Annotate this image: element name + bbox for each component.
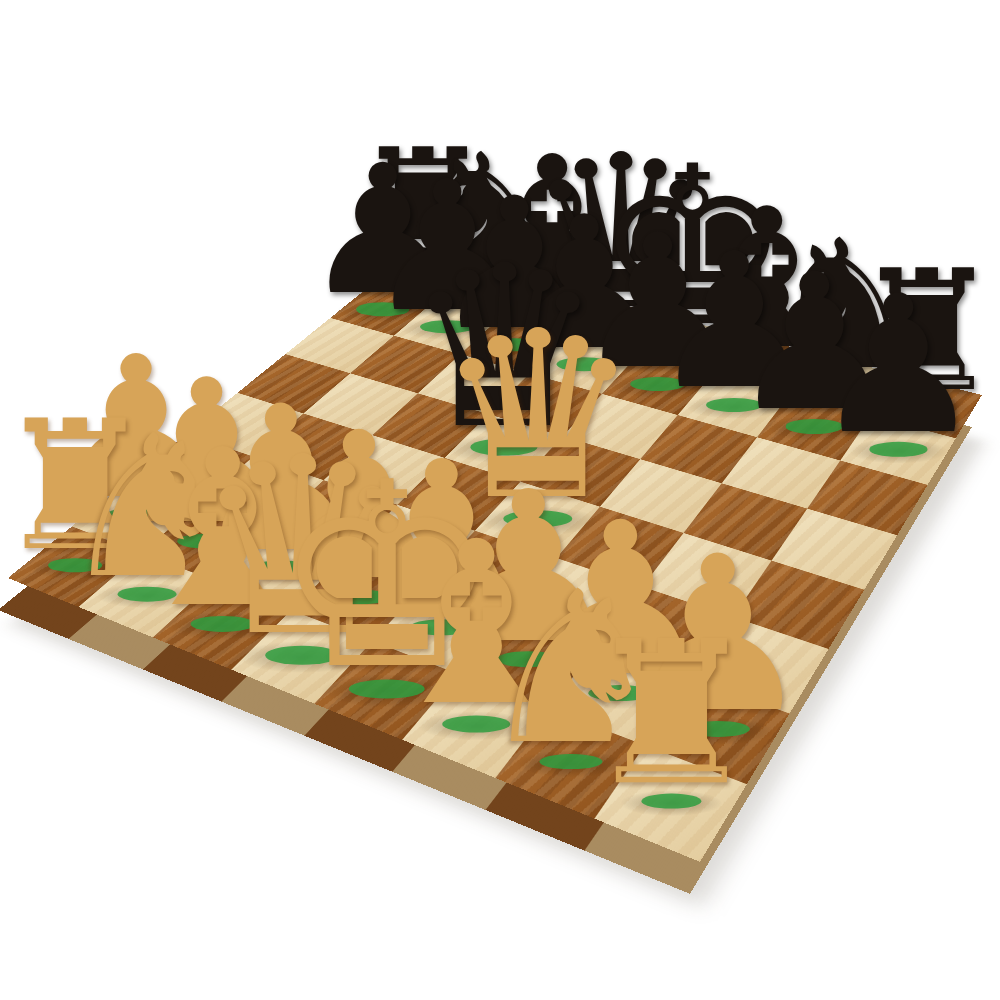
white-rook-glyph: ♜ [583, 616, 760, 813]
product-photo-scene: ♜♞♝♟♛♟♟♚♟♝♟♞♟♜♟♛♟♟♛♟♜♟♞♟♝♟♛♟♚♟♝♟♞♜ [0, 0, 1000, 1000]
black-pawn-glyph: ♟ [813, 270, 984, 460]
